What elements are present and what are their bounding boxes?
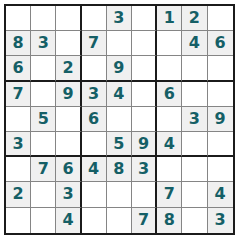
cell-r4c7[interactable]: 6 — [157, 82, 182, 107]
cell-r5c4[interactable]: 6 — [82, 107, 107, 132]
cell-r6c9[interactable] — [208, 132, 233, 157]
cell-r5c8[interactable]: 3 — [182, 107, 207, 132]
cell-r7c6[interactable]: 3 — [132, 157, 157, 182]
cell-r6c4[interactable] — [82, 132, 107, 157]
cell-r5c7[interactable] — [157, 107, 182, 132]
cell-r2c8[interactable]: 4 — [182, 31, 207, 56]
cell-r2c9[interactable]: 6 — [208, 31, 233, 56]
cell-r9c8[interactable] — [182, 208, 207, 233]
cell-r8c9[interactable]: 4 — [208, 182, 233, 207]
cell-r4c3[interactable]: 9 — [56, 82, 81, 107]
cell-r1c6[interactable] — [132, 6, 157, 31]
cell-r1c3[interactable] — [56, 6, 81, 31]
cell-r9c3[interactable]: 4 — [56, 208, 81, 233]
cell-r8c6[interactable] — [132, 182, 157, 207]
cell-r1c4[interactable] — [82, 6, 107, 31]
cell-r4c4[interactable]: 3 — [82, 82, 107, 107]
cell-r7c4[interactable]: 4 — [82, 157, 107, 182]
cell-r3c7[interactable] — [157, 56, 182, 81]
cell-r3c2[interactable] — [31, 56, 56, 81]
cell-r8c2[interactable] — [31, 182, 56, 207]
cell-r8c4[interactable] — [82, 182, 107, 207]
cell-r7c8[interactable] — [182, 157, 207, 182]
cell-r6c6[interactable]: 9 — [132, 132, 157, 157]
cell-r7c3[interactable]: 6 — [56, 157, 81, 182]
sudoku-grid: 3128374662979346563935947648323744783 — [4, 4, 235, 235]
cell-r5c1[interactable] — [6, 107, 31, 132]
cell-r7c9[interactable] — [208, 157, 233, 182]
cell-r8c5[interactable] — [107, 182, 132, 207]
cell-r7c5[interactable]: 8 — [107, 157, 132, 182]
cell-r2c2[interactable]: 3 — [31, 31, 56, 56]
cell-r6c1[interactable]: 3 — [6, 132, 31, 157]
cell-r6c5[interactable]: 5 — [107, 132, 132, 157]
cell-r3c9[interactable] — [208, 56, 233, 81]
cell-r3c5[interactable]: 9 — [107, 56, 132, 81]
cell-r7c2[interactable]: 7 — [31, 157, 56, 182]
cell-r6c7[interactable]: 4 — [157, 132, 182, 157]
page-background: { "game": "sudoku", "board": { "size": 9… — [0, 0, 240, 240]
cell-r6c2[interactable] — [31, 132, 56, 157]
cell-r5c5[interactable] — [107, 107, 132, 132]
cell-r7c7[interactable] — [157, 157, 182, 182]
cell-r5c9[interactable]: 9 — [208, 107, 233, 132]
cell-r9c1[interactable] — [6, 208, 31, 233]
cell-r9c7[interactable]: 8 — [157, 208, 182, 233]
sudoku-board: 3128374662979346563935947648323744783 — [4, 4, 235, 235]
cell-r6c3[interactable] — [56, 132, 81, 157]
cell-r1c7[interactable]: 1 — [157, 6, 182, 31]
cell-r1c2[interactable] — [31, 6, 56, 31]
cell-r9c4[interactable] — [82, 208, 107, 233]
cell-r6c8[interactable] — [182, 132, 207, 157]
cell-r8c1[interactable]: 2 — [6, 182, 31, 207]
cell-r4c6[interactable] — [132, 82, 157, 107]
cell-r3c4[interactable] — [82, 56, 107, 81]
cell-r3c6[interactable] — [132, 56, 157, 81]
cell-r3c3[interactable]: 2 — [56, 56, 81, 81]
cell-r1c1[interactable] — [6, 6, 31, 31]
cell-r8c7[interactable]: 7 — [157, 182, 182, 207]
cell-r4c9[interactable] — [208, 82, 233, 107]
cell-r5c3[interactable] — [56, 107, 81, 132]
cell-r4c8[interactable] — [182, 82, 207, 107]
cell-r9c6[interactable]: 7 — [132, 208, 157, 233]
cell-r8c3[interactable]: 3 — [56, 182, 81, 207]
cell-r2c7[interactable] — [157, 31, 182, 56]
cell-r2c6[interactable] — [132, 31, 157, 56]
cell-r5c6[interactable] — [132, 107, 157, 132]
cell-r2c4[interactable]: 7 — [82, 31, 107, 56]
cell-r1c9[interactable] — [208, 6, 233, 31]
cell-r2c3[interactable] — [56, 31, 81, 56]
cell-r5c2[interactable]: 5 — [31, 107, 56, 132]
cell-r8c8[interactable] — [182, 182, 207, 207]
cell-r9c9[interactable]: 3 — [208, 208, 233, 233]
cell-r2c5[interactable] — [107, 31, 132, 56]
cell-r7c1[interactable] — [6, 157, 31, 182]
cell-r9c2[interactable] — [31, 208, 56, 233]
cell-r4c5[interactable]: 4 — [107, 82, 132, 107]
cell-r2c1[interactable]: 8 — [6, 31, 31, 56]
cell-r4c2[interactable] — [31, 82, 56, 107]
cell-r9c5[interactable] — [107, 208, 132, 233]
cell-r1c8[interactable]: 2 — [182, 6, 207, 31]
cell-r3c8[interactable] — [182, 56, 207, 81]
cell-r4c1[interactable]: 7 — [6, 82, 31, 107]
cell-r3c1[interactable]: 6 — [6, 56, 31, 81]
cell-r1c5[interactable]: 3 — [107, 6, 132, 31]
